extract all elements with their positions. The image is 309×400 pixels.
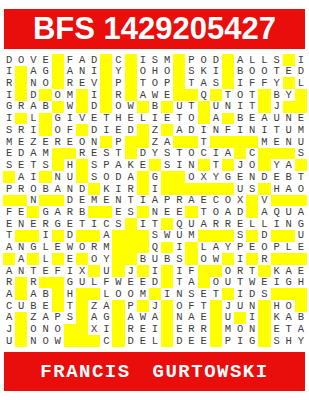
letter-cell: A (76, 54, 88, 66)
blocked-cell (137, 183, 149, 195)
blocked-cell (161, 183, 173, 195)
blocked-cell (161, 312, 173, 324)
letter-cell: N (283, 136, 295, 148)
letter-cell: S (39, 159, 51, 171)
blocked-cell (210, 335, 222, 347)
blocked-cell (222, 54, 234, 66)
letter-cell: Z (149, 124, 161, 136)
blocked-cell (271, 230, 283, 242)
blocked-cell (112, 335, 124, 347)
letter-cell: N (76, 66, 88, 78)
blocked-cell (112, 324, 124, 336)
blocked-cell (64, 148, 76, 160)
letter-cell: U (100, 265, 112, 277)
blocked-cell (173, 183, 185, 195)
cover-author: FRANCIS GURTOWSKI (40, 361, 268, 383)
letter-cell: R (173, 195, 185, 207)
letter-cell: T (198, 136, 210, 148)
letter-cell: M (161, 54, 173, 66)
letter-cell: D (112, 171, 124, 183)
letter-cell: Q (173, 218, 185, 230)
blocked-cell (222, 136, 234, 148)
letter-cell: E (88, 148, 100, 160)
letter-cell: U (271, 113, 283, 125)
letter-cell: P (112, 77, 124, 89)
blocked-cell (100, 206, 112, 218)
letter-cell: S (185, 288, 197, 300)
letter-cell: I (246, 312, 258, 324)
letter-cell: D (88, 124, 100, 136)
letter-cell: U (283, 206, 295, 218)
letter-cell: F (64, 54, 76, 66)
letter-cell: I (100, 324, 112, 336)
blocked-cell (246, 253, 258, 265)
letter-cell: A (100, 230, 112, 242)
letter-cell: Y (283, 89, 295, 101)
letter-cell: L (198, 242, 210, 254)
letter-cell: E (15, 206, 27, 218)
blocked-cell (137, 265, 149, 277)
letter-cell: R (88, 242, 100, 254)
letter-cell: J (3, 324, 15, 336)
letter-cell: R (112, 89, 124, 101)
letter-cell: R (185, 324, 197, 336)
letter-cell: F (185, 300, 197, 312)
blocked-cell (283, 148, 295, 160)
letter-cell: B (76, 206, 88, 218)
letter-cell: U (234, 183, 246, 195)
blocked-cell (258, 324, 270, 336)
blocked-cell (295, 288, 307, 300)
blocked-cell (52, 159, 64, 171)
letter-cell: O (137, 66, 149, 78)
letter-cell: Z (88, 300, 100, 312)
letter-cell: L (295, 77, 307, 89)
letter-cell: W (210, 253, 222, 265)
blocked-cell (125, 242, 137, 254)
letter-cell: A (198, 77, 210, 89)
blocked-cell (149, 288, 161, 300)
blocked-cell (15, 288, 27, 300)
letter-cell: I (64, 265, 76, 277)
letter-cell: T (112, 148, 124, 160)
blocked-cell (222, 113, 234, 125)
letter-cell: N (15, 218, 27, 230)
letter-cell: X (88, 324, 100, 336)
letter-cell: I (100, 124, 112, 136)
letter-cell: I (234, 101, 246, 113)
blocked-cell (173, 171, 185, 183)
letter-cell: T (234, 277, 246, 289)
letter-cell: I (149, 324, 161, 336)
letter-cell: O (246, 66, 258, 78)
puzzle-grid: DOVEFADCISMPODALLSIIAGANIYOHOSKIBOOTEDRN… (3, 54, 307, 347)
letter-cell: S (3, 159, 15, 171)
letter-cell: J (149, 300, 161, 312)
letter-cell: W (112, 277, 124, 289)
letter-cell: X (234, 195, 246, 207)
letter-cell: E (161, 206, 173, 218)
letter-cell: O (112, 288, 124, 300)
blocked-cell (15, 77, 27, 89)
letter-cell: A (185, 195, 197, 207)
blocked-cell (271, 148, 283, 160)
letter-cell: T (64, 300, 76, 312)
letter-cell: A (283, 159, 295, 171)
blocked-cell (283, 77, 295, 89)
letter-cell: B (234, 113, 246, 125)
letter-cell: W (125, 101, 137, 113)
letter-cell: N (246, 300, 258, 312)
letter-cell: U (76, 277, 88, 289)
letter-cell: S (149, 230, 161, 242)
letter-cell: A (222, 148, 234, 160)
letter-cell: U (3, 335, 15, 347)
letter-cell: E (198, 312, 210, 324)
letter-cell: A (234, 54, 246, 66)
blocked-cell (15, 230, 27, 242)
letter-cell: A (137, 89, 149, 101)
letter-cell: C (198, 148, 210, 160)
letter-cell: Q (149, 242, 161, 254)
blocked-cell (15, 66, 27, 78)
letter-cell: W (52, 335, 64, 347)
blocked-cell (125, 77, 137, 89)
letter-cell: E (125, 277, 137, 289)
letter-cell: I (295, 54, 307, 66)
blocked-cell (125, 253, 137, 265)
letter-cell: A (27, 101, 39, 113)
letter-cell: A (283, 183, 295, 195)
letter-cell: D (149, 277, 161, 289)
letter-cell: U (210, 101, 222, 113)
letter-cell: A (258, 206, 270, 218)
blocked-cell (137, 206, 149, 218)
letter-cell: D (258, 171, 270, 183)
letter-cell: E (198, 335, 210, 347)
blocked-cell (258, 312, 270, 324)
letter-cell: E (3, 148, 15, 160)
letter-cell: O (258, 242, 270, 254)
letter-cell: O (112, 101, 124, 113)
letter-cell: C (112, 54, 124, 66)
blocked-cell (210, 230, 222, 242)
letter-cell: Y (295, 335, 307, 347)
letter-cell: T (283, 324, 295, 336)
blocked-cell (295, 300, 307, 312)
blocked-cell (161, 171, 173, 183)
letter-cell: O (198, 54, 210, 66)
blocked-cell (234, 312, 246, 324)
letter-cell: A (198, 218, 210, 230)
letter-cell: H (283, 335, 295, 347)
letter-cell: F (64, 124, 76, 136)
letter-cell: E (271, 324, 283, 336)
blocked-cell (137, 300, 149, 312)
blocked-cell (52, 66, 64, 78)
letter-cell: U (173, 101, 185, 113)
blocked-cell (222, 159, 234, 171)
blocked-cell (125, 66, 137, 78)
letter-cell: M (185, 230, 197, 242)
letter-cell: M (137, 288, 149, 300)
letter-cell: A (283, 312, 295, 324)
letter-cell: E (88, 113, 100, 125)
blocked-cell (76, 101, 88, 113)
letter-cell: W (64, 101, 76, 113)
letter-cell: A (185, 312, 197, 324)
letter-cell: O (161, 66, 173, 78)
letter-cell: A (52, 183, 64, 195)
letter-cell: M (100, 242, 112, 254)
blocked-cell (271, 253, 283, 265)
letter-cell: H (112, 113, 124, 125)
cover-title: BFS 1429205427 (33, 11, 276, 47)
letter-cell: P (52, 312, 64, 324)
blocked-cell (112, 265, 124, 277)
blocked-cell (258, 89, 270, 101)
letter-cell: G (39, 66, 51, 78)
letter-cell: I (258, 124, 270, 136)
letter-cell: K (271, 312, 283, 324)
letter-cell: I (271, 277, 283, 289)
letter-cell: Y (271, 77, 283, 89)
letter-cell: I (112, 183, 124, 195)
letter-cell: T (246, 101, 258, 113)
blocked-cell (198, 277, 210, 289)
letter-cell: B (161, 253, 173, 265)
letter-cell: I (27, 171, 39, 183)
blocked-cell (39, 171, 51, 183)
blocked-cell (185, 136, 197, 148)
letter-cell: D (64, 230, 76, 242)
letter-cell: A (3, 265, 15, 277)
blocked-cell (100, 54, 112, 66)
blocked-cell (295, 195, 307, 207)
blocked-cell (76, 324, 88, 336)
letter-cell: V (258, 195, 270, 207)
letter-cell: L (246, 218, 258, 230)
blocked-cell (112, 312, 124, 324)
letter-cell: P (185, 54, 197, 66)
letter-cell: I (64, 113, 76, 125)
blocked-cell (161, 277, 173, 289)
letter-cell: S (112, 218, 124, 230)
letter-cell: O (234, 324, 246, 336)
letter-cell: N (39, 324, 51, 336)
letter-cell: O (39, 335, 51, 347)
letter-cell: S (271, 335, 283, 347)
letter-cell: S (173, 253, 185, 265)
letter-cell: S (161, 159, 173, 171)
letter-cell: T (137, 77, 149, 89)
blocked-cell (76, 312, 88, 324)
blocked-cell (112, 253, 124, 265)
letter-cell: C (100, 218, 112, 230)
letter-cell: A (3, 242, 15, 254)
letter-cell: E (185, 335, 197, 347)
letter-cell: E (295, 265, 307, 277)
letter-cell: O (234, 89, 246, 101)
letter-cell: D (173, 335, 185, 347)
blocked-cell (271, 195, 283, 207)
blocked-cell (210, 324, 222, 336)
blocked-cell (283, 288, 295, 300)
blocked-cell (149, 159, 161, 171)
blocked-cell (76, 230, 88, 242)
blocked-cell (137, 171, 149, 183)
letter-cell: S (210, 77, 222, 89)
letter-cell: S (149, 54, 161, 66)
letter-cell: D (3, 54, 15, 66)
letter-cell: T (198, 300, 210, 312)
letter-cell: A (3, 312, 15, 324)
letter-cell: A (258, 113, 270, 125)
letter-cell: E (137, 324, 149, 336)
letter-cell: T (3, 230, 15, 242)
blocked-cell (76, 171, 88, 183)
letter-cell: E (283, 66, 295, 78)
blocked-cell (125, 54, 137, 66)
blocked-cell (161, 124, 173, 136)
letter-cell: R (27, 277, 39, 289)
letter-cell: N (15, 242, 27, 254)
letter-cell: W (137, 312, 149, 324)
blocked-cell (64, 324, 76, 336)
letter-cell: W (161, 230, 173, 242)
letter-cell: R (234, 265, 246, 277)
letter-cell: G (246, 335, 258, 347)
letter-cell: T (125, 195, 137, 207)
letter-cell: A (15, 253, 27, 265)
letter-cell: O (52, 89, 64, 101)
letter-cell: A (27, 66, 39, 78)
blocked-cell (283, 101, 295, 113)
letter-cell: E (234, 171, 246, 183)
letter-cell: T (173, 277, 185, 289)
blocked-cell (234, 136, 246, 148)
letter-cell: E (161, 89, 173, 101)
letter-cell: I (149, 265, 161, 277)
letter-cell: N (52, 171, 64, 183)
blocked-cell (112, 300, 124, 312)
letter-cell: P (271, 242, 283, 254)
letter-cell: U (234, 300, 246, 312)
blocked-cell (222, 288, 234, 300)
letter-cell: F (100, 277, 112, 289)
letter-cell: G (295, 218, 307, 230)
letter-cell: Z (149, 136, 161, 148)
letter-cell: T (27, 265, 39, 277)
letter-cell: W (246, 277, 258, 289)
letter-cell: C (3, 300, 15, 312)
letter-cell: L (258, 54, 270, 66)
blocked-cell (210, 265, 222, 277)
letter-cell: Z (27, 312, 39, 324)
letter-cell: R (52, 136, 64, 148)
letter-cell: A (52, 206, 64, 218)
blocked-cell (198, 113, 210, 125)
letter-cell: T (27, 159, 39, 171)
letter-cell: O (149, 77, 161, 89)
letter-cell: F (246, 77, 258, 89)
letter-cell: A (112, 159, 124, 171)
letter-cell: O (185, 113, 197, 125)
letter-cell: T (222, 89, 234, 101)
letter-cell: G (64, 277, 76, 289)
letter-cell: O (222, 195, 234, 207)
letter-cell: I (149, 113, 161, 125)
letter-cell: O (76, 136, 88, 148)
letter-cell: U (15, 300, 27, 312)
blocked-cell (39, 113, 51, 125)
letter-cell: H (64, 288, 76, 300)
letter-cell: A (3, 288, 15, 300)
letter-cell: B (39, 288, 51, 300)
letter-cell: F (185, 265, 197, 277)
letter-cell: L (283, 242, 295, 254)
letter-cell: D (234, 206, 246, 218)
letter-cell: B (137, 253, 149, 265)
letter-cell: O (246, 159, 258, 171)
letter-cell: D (88, 54, 100, 66)
blocked-cell (210, 312, 222, 324)
letter-cell: F (222, 124, 234, 136)
letter-cell: Y (149, 148, 161, 160)
letter-cell: E (112, 124, 124, 136)
letter-cell: U (149, 253, 161, 265)
letter-cell: A (295, 206, 307, 218)
letter-cell: C (246, 148, 258, 160)
letter-cell: D (88, 101, 100, 113)
letter-cell: U (295, 136, 307, 148)
blocked-cell (15, 312, 27, 324)
letter-cell: I (3, 66, 15, 78)
letter-cell: L (39, 242, 51, 254)
letter-cell: E (112, 206, 124, 218)
blocked-cell (210, 89, 222, 101)
letter-cell: O (210, 277, 222, 289)
blocked-cell (52, 253, 64, 265)
letter-cell: A (125, 171, 137, 183)
letter-cell: K (271, 265, 283, 277)
letter-cell: G (222, 171, 234, 183)
letter-cell: G (283, 277, 295, 289)
letter-cell: E (64, 136, 76, 148)
letter-cell: L (137, 113, 149, 125)
letter-cell: D (210, 54, 222, 66)
letter-cell: I (271, 218, 283, 230)
blocked-cell (3, 253, 15, 265)
letter-cell: L (246, 54, 258, 66)
blocked-cell (283, 195, 295, 207)
letter-cell: S (88, 159, 100, 171)
letter-cell: D (15, 148, 27, 160)
letter-cell: N (27, 195, 39, 207)
letter-cell: Y (112, 66, 124, 78)
letter-cell: T (246, 265, 258, 277)
letter-cell: E (246, 242, 258, 254)
letter-cell: E (52, 242, 64, 254)
blocked-cell (39, 124, 51, 136)
blocked-cell (198, 183, 210, 195)
letter-cell: G (39, 206, 51, 218)
blocked-cell (15, 277, 27, 289)
blocked-cell (39, 277, 51, 289)
letter-cell: I (88, 218, 100, 230)
letter-cell: E (173, 324, 185, 336)
letter-cell: R (222, 218, 234, 230)
